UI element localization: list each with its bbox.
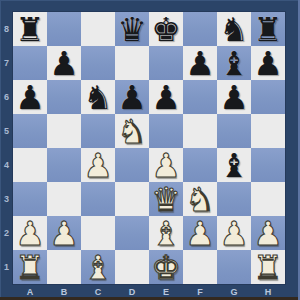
square-c5[interactable] bbox=[81, 114, 115, 148]
file-label-a: A bbox=[13, 285, 47, 298]
file-labels: ABCDEFGH bbox=[13, 285, 285, 298]
piece-wr: ♜ bbox=[253, 251, 283, 284]
square-g2[interactable]: ♟ bbox=[217, 216, 251, 250]
square-b8[interactable] bbox=[47, 12, 81, 46]
square-h4[interactable] bbox=[251, 148, 285, 182]
square-d6[interactable]: ♟ bbox=[115, 80, 149, 114]
piece-wq: ♛ bbox=[151, 183, 181, 216]
square-f3[interactable]: ♞ bbox=[183, 182, 217, 216]
square-d3[interactable] bbox=[115, 182, 149, 216]
square-d1[interactable] bbox=[115, 250, 149, 284]
chess-board: ♜♛♚♞♜♟♟♝♟♟♞♟♟♟♞♟♟♝♛♞♟♟♝♟♟♟♜♝♚♜ bbox=[13, 12, 285, 284]
rank-label-8: 8 bbox=[0, 12, 13, 46]
square-h2[interactable]: ♟ bbox=[251, 216, 285, 250]
square-a6[interactable]: ♟ bbox=[13, 80, 47, 114]
piece-br: ♜ bbox=[15, 13, 45, 46]
square-d5[interactable]: ♞ bbox=[115, 114, 149, 148]
square-b7[interactable]: ♟ bbox=[47, 46, 81, 80]
square-g6[interactable]: ♟ bbox=[217, 80, 251, 114]
piece-wp: ♟ bbox=[219, 217, 249, 250]
square-f5[interactable] bbox=[183, 114, 217, 148]
piece-wn: ♞ bbox=[185, 183, 215, 216]
square-h8[interactable]: ♜ bbox=[251, 12, 285, 46]
square-g5[interactable] bbox=[217, 114, 251, 148]
square-f7[interactable]: ♟ bbox=[183, 46, 217, 80]
piece-bp: ♟ bbox=[185, 47, 215, 80]
square-e8[interactable]: ♚ bbox=[149, 12, 183, 46]
square-d2[interactable] bbox=[115, 216, 149, 250]
square-a4[interactable] bbox=[13, 148, 47, 182]
rank-labels: 87654321 bbox=[0, 12, 13, 284]
square-a8[interactable]: ♜ bbox=[13, 12, 47, 46]
square-d4[interactable] bbox=[115, 148, 149, 182]
square-a2[interactable]: ♟ bbox=[13, 216, 47, 250]
square-c4[interactable]: ♟ bbox=[81, 148, 115, 182]
file-label-f: F bbox=[183, 285, 217, 298]
rank-label-4: 4 bbox=[0, 148, 13, 182]
square-e7[interactable] bbox=[149, 46, 183, 80]
piece-bp: ♟ bbox=[49, 47, 79, 80]
piece-wp: ♟ bbox=[49, 217, 79, 250]
square-e2[interactable]: ♝ bbox=[149, 216, 183, 250]
rank-label-2: 2 bbox=[0, 216, 13, 250]
square-d7[interactable] bbox=[115, 46, 149, 80]
piece-bb: ♝ bbox=[219, 149, 249, 182]
rank-label-6: 6 bbox=[0, 80, 13, 114]
piece-bk: ♚ bbox=[151, 13, 181, 46]
piece-bp: ♟ bbox=[253, 47, 283, 80]
piece-wn: ♞ bbox=[117, 115, 147, 148]
chess-board-frame: 87654321 ♜♛♚♞♜♟♟♝♟♟♞♟♟♟♞♟♟♝♛♞♟♟♝♟♟♟♜♝♚♜ … bbox=[0, 0, 300, 300]
piece-bp: ♟ bbox=[219, 81, 249, 114]
square-e5[interactable] bbox=[149, 114, 183, 148]
square-a7[interactable] bbox=[13, 46, 47, 80]
square-g4[interactable]: ♝ bbox=[217, 148, 251, 182]
square-f1[interactable] bbox=[183, 250, 217, 284]
square-h5[interactable] bbox=[251, 114, 285, 148]
square-e3[interactable]: ♛ bbox=[149, 182, 183, 216]
file-label-e: E bbox=[149, 285, 183, 298]
square-f2[interactable]: ♟ bbox=[183, 216, 217, 250]
piece-bn: ♞ bbox=[219, 13, 249, 46]
piece-bq: ♛ bbox=[117, 13, 147, 46]
square-c3[interactable] bbox=[81, 182, 115, 216]
square-e1[interactable]: ♚ bbox=[149, 250, 183, 284]
piece-wp: ♟ bbox=[83, 149, 113, 182]
piece-wr: ♜ bbox=[15, 251, 45, 284]
square-b3[interactable] bbox=[47, 182, 81, 216]
square-a3[interactable] bbox=[13, 182, 47, 216]
square-a1[interactable]: ♜ bbox=[13, 250, 47, 284]
piece-bp: ♟ bbox=[151, 81, 181, 114]
square-e6[interactable]: ♟ bbox=[149, 80, 183, 114]
piece-bn: ♞ bbox=[83, 81, 113, 114]
square-b6[interactable] bbox=[47, 80, 81, 114]
square-h3[interactable] bbox=[251, 182, 285, 216]
square-b1[interactable] bbox=[47, 250, 81, 284]
piece-wb: ♝ bbox=[151, 217, 181, 250]
square-g8[interactable]: ♞ bbox=[217, 12, 251, 46]
piece-br: ♜ bbox=[253, 13, 283, 46]
rank-label-1: 1 bbox=[0, 250, 13, 284]
square-b5[interactable] bbox=[47, 114, 81, 148]
square-h6[interactable] bbox=[251, 80, 285, 114]
square-e4[interactable]: ♟ bbox=[149, 148, 183, 182]
square-b2[interactable]: ♟ bbox=[47, 216, 81, 250]
piece-wp: ♟ bbox=[185, 217, 215, 250]
square-g7[interactable]: ♝ bbox=[217, 46, 251, 80]
square-a5[interactable] bbox=[13, 114, 47, 148]
piece-wp: ♟ bbox=[15, 217, 45, 250]
file-label-g: G bbox=[217, 285, 251, 298]
square-d8[interactable]: ♛ bbox=[115, 12, 149, 46]
piece-bp: ♟ bbox=[15, 81, 45, 114]
square-c8[interactable] bbox=[81, 12, 115, 46]
file-label-b: B bbox=[47, 285, 81, 298]
rank-label-3: 3 bbox=[0, 182, 13, 216]
square-c7[interactable] bbox=[81, 46, 115, 80]
piece-wp: ♟ bbox=[151, 149, 181, 182]
file-label-d: D bbox=[115, 285, 149, 298]
piece-bb: ♝ bbox=[219, 47, 249, 80]
square-c2[interactable] bbox=[81, 216, 115, 250]
piece-wk: ♚ bbox=[151, 251, 181, 284]
piece-wp: ♟ bbox=[253, 217, 283, 250]
square-f6[interactable] bbox=[183, 80, 217, 114]
square-f4[interactable] bbox=[183, 148, 217, 182]
file-label-c: C bbox=[81, 285, 115, 298]
square-h1[interactable]: ♜ bbox=[251, 250, 285, 284]
rank-label-5: 5 bbox=[0, 114, 13, 148]
file-label-h: H bbox=[251, 285, 285, 298]
square-g3[interactable] bbox=[217, 182, 251, 216]
square-g1[interactable] bbox=[217, 250, 251, 284]
square-b4[interactable] bbox=[47, 148, 81, 182]
square-f8[interactable] bbox=[183, 12, 217, 46]
piece-wb: ♝ bbox=[83, 251, 113, 284]
rank-label-7: 7 bbox=[0, 46, 13, 80]
piece-bp: ♟ bbox=[117, 81, 147, 114]
square-c1[interactable]: ♝ bbox=[81, 250, 115, 284]
square-c6[interactable]: ♞ bbox=[81, 80, 115, 114]
square-h7[interactable]: ♟ bbox=[251, 46, 285, 80]
